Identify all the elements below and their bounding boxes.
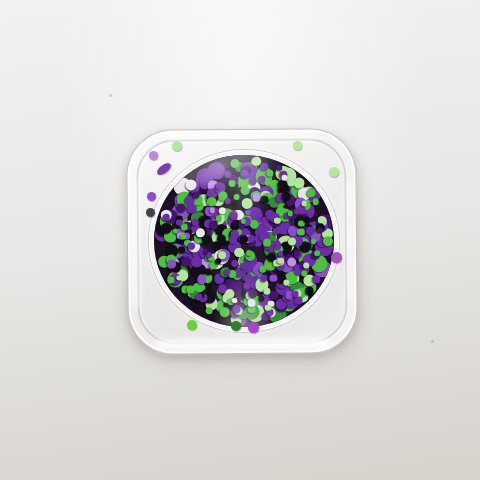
confetti-dot [216, 215, 222, 221]
confetti-dot [232, 298, 238, 304]
confetti-dot [301, 201, 307, 207]
confetti-dot [210, 220, 218, 228]
confetti-dot [304, 216, 310, 222]
confetti-dot [177, 275, 182, 280]
confetti-dot [216, 258, 222, 264]
confetti-dot [316, 227, 323, 234]
confetti-dot [196, 294, 203, 301]
confetti-dot [176, 219, 183, 226]
confetti-dot [224, 269, 230, 275]
confetti-dot [188, 242, 195, 249]
confetti-dot [192, 219, 199, 226]
confetti-dot [232, 305, 240, 313]
confetti-dot [274, 217, 281, 224]
confetti-dot [312, 276, 320, 284]
confetti-dot [192, 192, 199, 199]
glitter-jar [126, 128, 358, 355]
confetti-dot [259, 176, 266, 183]
confetti-dot [215, 183, 220, 188]
jar-right-highlight [346, 181, 353, 300]
confetti-dot [196, 228, 205, 237]
confetti-dot [250, 178, 256, 184]
confetti-dot [259, 265, 266, 272]
confetti-dot [218, 251, 226, 259]
confetti-dot [241, 170, 249, 178]
confetti-dot [283, 280, 289, 286]
confetti-dot [220, 307, 229, 316]
jar-opening-rim [148, 149, 340, 333]
confetti-dot [287, 237, 296, 246]
confetti-dot [186, 179, 197, 190]
confetti-dot [287, 211, 293, 217]
confetti-dot [192, 299, 201, 308]
confetti-dot [265, 305, 271, 311]
confetti-dot [294, 178, 305, 189]
confetti-dot [269, 290, 278, 299]
confetti-dot [248, 289, 257, 298]
confetti-dot [323, 236, 333, 246]
confetti-dot [232, 201, 237, 206]
confetti-dot [251, 157, 261, 167]
photo-canvas [0, 0, 480, 480]
confetti-dot [161, 223, 172, 234]
confetti-dot [245, 210, 251, 216]
glitter-well [153, 154, 334, 328]
confetti-dot [246, 250, 252, 256]
confetti-dot [287, 180, 294, 187]
confetti-dot [303, 263, 308, 268]
confetti-dot [177, 204, 185, 212]
confetti-dot [273, 228, 280, 235]
confetti-dot [305, 287, 313, 295]
confetti-dot [224, 171, 231, 178]
confetti-dot [297, 228, 305, 236]
confetti-dot [178, 247, 184, 253]
confetti-dot [275, 243, 281, 249]
confetti-dot [287, 257, 296, 266]
confetti-dot [187, 286, 194, 293]
confetti-dots-layer [153, 154, 334, 328]
confetti-dot [277, 180, 287, 190]
confetti-dot [301, 271, 307, 277]
confetti-dot [181, 256, 191, 266]
confetti-dot [202, 235, 212, 245]
confetti-dot [233, 194, 240, 201]
confetti-dot [228, 180, 236, 188]
confetti-dot [240, 235, 248, 243]
confetti-dot [312, 198, 319, 205]
confetti-dot [241, 219, 246, 224]
confetti-dot [231, 260, 238, 267]
confetti-dot [278, 251, 284, 257]
confetti-dot [240, 262, 247, 269]
confetti-dot [206, 307, 213, 314]
confetti-dot [277, 257, 283, 263]
confetti-dot [230, 159, 239, 168]
confetti-dot [295, 297, 303, 305]
confetti-dot [224, 198, 230, 204]
confetti-dot [298, 220, 305, 227]
confetti-dot [270, 275, 278, 283]
confetti-dot [218, 207, 225, 214]
confetti-dot [235, 248, 244, 257]
confetti-dot [207, 197, 217, 207]
confetti-dot [306, 188, 315, 197]
